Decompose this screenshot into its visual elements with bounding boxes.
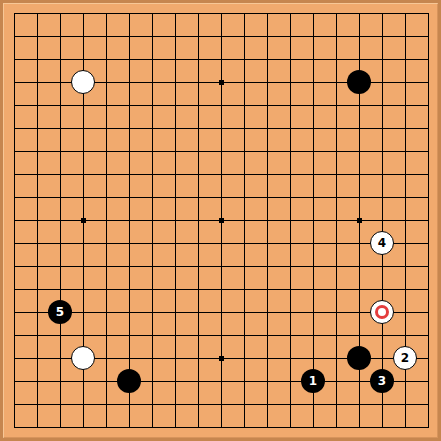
red-circle-marker-icon	[375, 305, 389, 319]
stone-white-d16	[71, 70, 95, 94]
stone-black-n3: 1	[301, 369, 325, 393]
stone-black-f3	[117, 369, 141, 393]
grid-line-vertical	[428, 13, 429, 428]
grid-line-vertical	[313, 13, 314, 428]
move-number-label: 5	[56, 306, 64, 318]
grid-line-vertical	[244, 13, 245, 428]
move-number-label: 2	[401, 352, 409, 364]
stone-black-r3: 3	[370, 369, 394, 393]
grid-line-horizontal	[14, 404, 429, 405]
grid-line-vertical	[336, 13, 337, 428]
grid-line-horizontal	[14, 335, 429, 336]
stone-white-r6	[370, 300, 394, 324]
move-number-label: 4	[378, 237, 386, 249]
stone-black-c6: 5	[48, 300, 72, 324]
stone-black-q4	[347, 346, 371, 370]
move-number-label: 1	[309, 375, 317, 387]
star-point	[219, 356, 224, 361]
grid-line-vertical	[382, 13, 383, 428]
grid-line-horizontal	[14, 381, 429, 382]
grid-line-horizontal	[14, 312, 429, 313]
grid-line-horizontal	[14, 266, 429, 267]
star-point	[357, 218, 362, 223]
grid-line-vertical	[290, 13, 291, 428]
stone-white-s4: 2	[393, 346, 417, 370]
star-point	[219, 80, 224, 85]
stone-white-d4	[71, 346, 95, 370]
grid-line-horizontal	[14, 289, 429, 290]
grid-line-vertical	[267, 13, 268, 428]
star-point	[219, 218, 224, 223]
star-point	[81, 218, 86, 223]
move-number-label: 3	[378, 375, 386, 387]
go-board: 45213	[0, 0, 441, 441]
grid-line-horizontal	[14, 427, 429, 428]
grid-line-horizontal	[14, 243, 429, 244]
stone-white-r9: 4	[370, 231, 394, 255]
stone-black-q16	[347, 70, 371, 94]
